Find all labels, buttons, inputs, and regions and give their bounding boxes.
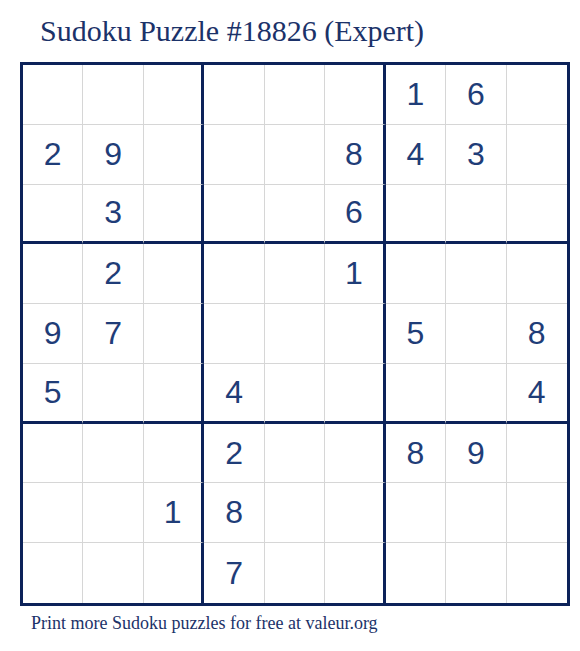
sudoku-page: Sudoku Puzzle #18826 (Expert) 1629843362…	[0, 0, 580, 651]
sudoku-cell-r7c9[interactable]	[507, 424, 567, 484]
sudoku-cell-r4c6[interactable]: 1	[325, 244, 385, 304]
sudoku-cell-r6c3[interactable]	[144, 364, 204, 424]
sudoku-cell-r5c2[interactable]: 7	[83, 304, 143, 364]
sudoku-cell-r1c4[interactable]	[204, 65, 264, 125]
sudoku-cell-r1c5[interactable]	[265, 65, 325, 125]
sudoku-cell-r7c8[interactable]: 9	[446, 424, 506, 484]
sudoku-cell-r4c1[interactable]	[23, 244, 83, 304]
sudoku-cell-r2c2[interactable]: 9	[83, 125, 143, 185]
sudoku-cell-r3c5[interactable]	[265, 185, 325, 245]
sudoku-cell-r9c9[interactable]	[507, 543, 567, 603]
sudoku-cell-r7c3[interactable]	[144, 424, 204, 484]
sudoku-cell-r3c7[interactable]	[386, 185, 446, 245]
sudoku-cell-r6c7[interactable]	[386, 364, 446, 424]
sudoku-cell-r6c9[interactable]: 4	[507, 364, 567, 424]
sudoku-cell-r6c2[interactable]	[83, 364, 143, 424]
sudoku-cell-r2c3[interactable]	[144, 125, 204, 185]
sudoku-cell-r3c9[interactable]	[507, 185, 567, 245]
sudoku-cell-r1c9[interactable]	[507, 65, 567, 125]
sudoku-cell-r4c2[interactable]: 2	[83, 244, 143, 304]
sudoku-cell-r8c5[interactable]	[265, 483, 325, 543]
sudoku-cell-r5c8[interactable]	[446, 304, 506, 364]
sudoku-cell-r8c1[interactable]	[23, 483, 83, 543]
sudoku-cell-r1c2[interactable]	[83, 65, 143, 125]
sudoku-cell-r5c1[interactable]: 9	[23, 304, 83, 364]
sudoku-cell-r8c9[interactable]	[507, 483, 567, 543]
sudoku-cell-r2c8[interactable]: 3	[446, 125, 506, 185]
sudoku-cell-r4c3[interactable]	[144, 244, 204, 304]
sudoku-cell-r9c8[interactable]	[446, 543, 506, 603]
sudoku-cell-r2c9[interactable]	[507, 125, 567, 185]
sudoku-cell-r2c1[interactable]: 2	[23, 125, 83, 185]
sudoku-cell-r4c8[interactable]	[446, 244, 506, 304]
sudoku-cell-r4c5[interactable]	[265, 244, 325, 304]
sudoku-cell-r7c7[interactable]: 8	[386, 424, 446, 484]
sudoku-cell-r3c3[interactable]	[144, 185, 204, 245]
sudoku-cell-r3c1[interactable]	[23, 185, 83, 245]
sudoku-cell-r8c4[interactable]: 8	[204, 483, 264, 543]
sudoku-cell-r5c7[interactable]: 5	[386, 304, 446, 364]
sudoku-cell-r9c4[interactable]: 7	[204, 543, 264, 603]
sudoku-cell-r9c1[interactable]	[23, 543, 83, 603]
sudoku-cell-r1c7[interactable]: 1	[386, 65, 446, 125]
page-title: Sudoku Puzzle #18826 (Expert)	[40, 12, 424, 50]
sudoku-cell-r5c3[interactable]	[144, 304, 204, 364]
sudoku-cell-r5c9[interactable]: 8	[507, 304, 567, 364]
sudoku-cell-r3c2[interactable]: 3	[83, 185, 143, 245]
sudoku-cell-r2c4[interactable]	[204, 125, 264, 185]
sudoku-cell-r9c7[interactable]	[386, 543, 446, 603]
sudoku-cell-r3c6[interactable]: 6	[325, 185, 385, 245]
sudoku-cell-r8c3[interactable]: 1	[144, 483, 204, 543]
sudoku-cell-r1c8[interactable]: 6	[446, 65, 506, 125]
sudoku-cell-r5c4[interactable]	[204, 304, 264, 364]
sudoku-cell-r4c7[interactable]	[386, 244, 446, 304]
sudoku-cell-r7c1[interactable]	[23, 424, 83, 484]
sudoku-cell-r6c8[interactable]	[446, 364, 506, 424]
sudoku-cell-r9c6[interactable]	[325, 543, 385, 603]
sudoku-cell-r6c5[interactable]	[265, 364, 325, 424]
sudoku-cell-r9c5[interactable]	[265, 543, 325, 603]
sudoku-cell-r6c1[interactable]: 5	[23, 364, 83, 424]
sudoku-cell-r3c4[interactable]	[204, 185, 264, 245]
sudoku-cell-r4c4[interactable]	[204, 244, 264, 304]
sudoku-cell-r1c6[interactable]	[325, 65, 385, 125]
sudoku-cell-r8c7[interactable]	[386, 483, 446, 543]
sudoku-cell-r2c5[interactable]	[265, 125, 325, 185]
sudoku-cell-r8c2[interactable]	[83, 483, 143, 543]
sudoku-cell-r7c6[interactable]	[325, 424, 385, 484]
sudoku-cell-r6c6[interactable]	[325, 364, 385, 424]
sudoku-cell-r4c9[interactable]	[507, 244, 567, 304]
sudoku-cell-r5c5[interactable]	[265, 304, 325, 364]
sudoku-cell-r7c5[interactable]	[265, 424, 325, 484]
sudoku-cell-r9c2[interactable]	[83, 543, 143, 603]
sudoku-cell-r1c1[interactable]	[23, 65, 83, 125]
sudoku-cell-r8c8[interactable]	[446, 483, 506, 543]
sudoku-cell-r5c6[interactable]	[325, 304, 385, 364]
sudoku-cell-r3c8[interactable]	[446, 185, 506, 245]
footer-text: Print more Sudoku puzzles for free at va…	[31, 613, 378, 634]
sudoku-cell-r6c4[interactable]: 4	[204, 364, 264, 424]
sudoku-board: 162984336219758544289187	[20, 62, 570, 606]
sudoku-cell-r2c7[interactable]: 4	[386, 125, 446, 185]
sudoku-cell-r9c3[interactable]	[144, 543, 204, 603]
sudoku-cell-r2c6[interactable]: 8	[325, 125, 385, 185]
sudoku-cell-r8c6[interactable]	[325, 483, 385, 543]
sudoku-cell-r7c4[interactable]: 2	[204, 424, 264, 484]
sudoku-cell-r7c2[interactable]	[83, 424, 143, 484]
sudoku-cell-r1c3[interactable]	[144, 65, 204, 125]
